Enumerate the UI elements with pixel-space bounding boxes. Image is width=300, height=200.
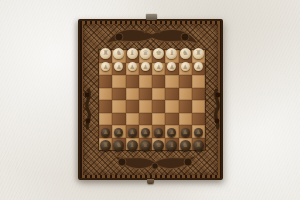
white-piece-b[interactable]: ♝	[166, 48, 177, 59]
square-c2[interactable]: ♟	[126, 125, 139, 138]
black-piece-r[interactable]: ♜	[193, 140, 204, 151]
white-piece-p[interactable]: ♟	[167, 62, 176, 71]
square-d3[interactable]	[139, 113, 152, 126]
square-e1[interactable]: ♚	[152, 138, 165, 151]
white-piece-q[interactable]: ♛	[140, 48, 151, 59]
black-piece-p[interactable]: ♟	[101, 128, 110, 137]
black-piece-p[interactable]: ♟	[167, 128, 176, 137]
square-h8[interactable]: ♜	[192, 50, 205, 63]
photo-background: ♜♞♝♛♚♝♞♜♟♟♟♟♟♟♟♟♟♟♟♟♟♟♟♟♜♞♝♛♚♝♞♜	[0, 0, 300, 200]
black-piece-b[interactable]: ♝	[127, 140, 138, 151]
white-piece-r[interactable]: ♜	[100, 48, 111, 59]
black-piece-p[interactable]: ♟	[128, 128, 137, 137]
square-b3[interactable]	[112, 113, 125, 126]
square-f7[interactable]: ♟	[165, 63, 178, 76]
square-h6[interactable]	[192, 75, 205, 88]
white-piece-p[interactable]: ♟	[181, 62, 190, 71]
square-a3[interactable]	[99, 113, 112, 126]
chess-grid: ♜♞♝♛♚♝♞♜♟♟♟♟♟♟♟♟♟♟♟♟♟♟♟♟♜♞♝♛♚♝♞♜	[99, 50, 205, 150]
square-g7[interactable]: ♟	[179, 63, 192, 76]
square-e6[interactable]	[152, 75, 165, 88]
square-f1[interactable]: ♝	[165, 138, 178, 151]
white-piece-p[interactable]: ♟	[114, 62, 123, 71]
white-piece-n[interactable]: ♞	[113, 48, 124, 59]
square-e2[interactable]: ♟	[152, 125, 165, 138]
black-piece-p[interactable]: ♟	[141, 128, 150, 137]
square-f8[interactable]: ♝	[165, 50, 178, 63]
square-a8[interactable]: ♜	[99, 50, 112, 63]
square-f6[interactable]	[165, 75, 178, 88]
square-b5[interactable]	[112, 88, 125, 101]
square-d8[interactable]: ♛	[139, 50, 152, 63]
white-piece-p[interactable]: ♟	[154, 62, 163, 71]
square-a4[interactable]	[99, 100, 112, 113]
square-h5[interactable]	[192, 88, 205, 101]
square-e5[interactable]	[152, 88, 165, 101]
black-piece-n[interactable]: ♞	[180, 140, 191, 151]
square-d2[interactable]: ♟	[139, 125, 152, 138]
chess-board: ♜♞♝♛♚♝♞♜♟♟♟♟♟♟♟♟♟♟♟♟♟♟♟♟♜♞♝♛♚♝♞♜	[78, 19, 223, 180]
square-f5[interactable]	[165, 88, 178, 101]
white-piece-p[interactable]: ♟	[128, 62, 137, 71]
white-piece-k[interactable]: ♚	[153, 48, 164, 59]
white-piece-r[interactable]: ♜	[193, 48, 204, 59]
hinge	[146, 14, 157, 20]
square-h2[interactable]: ♟	[192, 125, 205, 138]
square-g5[interactable]	[179, 88, 192, 101]
black-piece-b[interactable]: ♝	[166, 140, 177, 151]
square-a5[interactable]	[99, 88, 112, 101]
black-piece-p[interactable]: ♟	[114, 128, 123, 137]
square-e8[interactable]: ♚	[152, 50, 165, 63]
square-c6[interactable]	[126, 75, 139, 88]
square-c8[interactable]: ♝	[126, 50, 139, 63]
square-d7[interactable]: ♟	[139, 63, 152, 76]
square-b1[interactable]: ♞	[112, 138, 125, 151]
square-e4[interactable]	[152, 100, 165, 113]
square-e7[interactable]: ♟	[152, 63, 165, 76]
black-piece-p[interactable]: ♟	[181, 128, 190, 137]
square-g2[interactable]: ♟	[179, 125, 192, 138]
square-f4[interactable]	[165, 100, 178, 113]
square-h7[interactable]: ♟	[192, 63, 205, 76]
black-piece-q[interactable]: ♛	[140, 140, 151, 151]
square-c5[interactable]	[126, 88, 139, 101]
square-c7[interactable]: ♟	[126, 63, 139, 76]
square-h4[interactable]	[192, 100, 205, 113]
clasp	[147, 179, 154, 184]
square-g4[interactable]	[179, 100, 192, 113]
black-piece-k[interactable]: ♚	[153, 140, 164, 151]
square-c3[interactable]	[126, 113, 139, 126]
square-h1[interactable]: ♜	[192, 138, 205, 151]
square-c4[interactable]	[126, 100, 139, 113]
square-g3[interactable]	[179, 113, 192, 126]
square-d1[interactable]: ♛	[139, 138, 152, 151]
square-c1[interactable]: ♝	[126, 138, 139, 151]
square-a2[interactable]: ♟	[99, 125, 112, 138]
white-piece-b[interactable]: ♝	[127, 48, 138, 59]
square-b6[interactable]	[112, 75, 125, 88]
square-g8[interactable]: ♞	[179, 50, 192, 63]
black-piece-r[interactable]: ♜	[100, 140, 111, 151]
square-a1[interactable]: ♜	[99, 138, 112, 151]
black-piece-p[interactable]: ♟	[154, 128, 163, 137]
black-piece-p[interactable]: ♟	[194, 128, 203, 137]
square-e3[interactable]	[152, 113, 165, 126]
square-d5[interactable]	[139, 88, 152, 101]
square-h3[interactable]	[192, 113, 205, 126]
square-g6[interactable]	[179, 75, 192, 88]
white-piece-n[interactable]: ♞	[180, 48, 191, 59]
square-f3[interactable]	[165, 113, 178, 126]
square-f2[interactable]: ♟	[165, 125, 178, 138]
square-b8[interactable]: ♞	[112, 50, 125, 63]
square-b4[interactable]	[112, 100, 125, 113]
square-a6[interactable]	[99, 75, 112, 88]
white-piece-p[interactable]: ♟	[101, 62, 110, 71]
square-d6[interactable]	[139, 75, 152, 88]
square-d4[interactable]	[139, 100, 152, 113]
square-b2[interactable]: ♟	[112, 125, 125, 138]
white-piece-p[interactable]: ♟	[194, 62, 203, 71]
square-b7[interactable]: ♟	[112, 63, 125, 76]
square-a7[interactable]: ♟	[99, 63, 112, 76]
square-g1[interactable]: ♞	[179, 138, 192, 151]
white-piece-p[interactable]: ♟	[141, 62, 150, 71]
black-piece-n[interactable]: ♞	[113, 140, 124, 151]
